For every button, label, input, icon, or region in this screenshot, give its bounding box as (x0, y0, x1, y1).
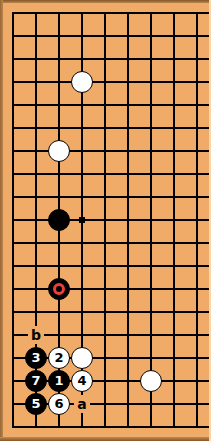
stone-black (48, 209, 70, 231)
grid-line-horizontal (12, 242, 211, 244)
stone-white-move-6: 6 (48, 393, 70, 415)
grid-line-vertical (150, 12, 152, 428)
grid-line-vertical (12, 12, 14, 428)
circle-marker-icon (53, 283, 65, 295)
grid-line-horizontal (12, 219, 211, 221)
stone-white (71, 347, 93, 369)
grid-line-horizontal (12, 127, 211, 129)
grid-line-horizontal (12, 58, 211, 60)
grid-line-horizontal (12, 173, 211, 175)
stone-white-move-2: 2 (48, 347, 70, 369)
board-frame-bottom (0, 437, 211, 441)
stone-black-circled (48, 278, 70, 300)
grid-line-vertical (104, 12, 106, 428)
stone-black-move-7: 7 (25, 370, 47, 392)
grid-line-horizontal (12, 311, 211, 313)
stone-black-move-3: 3 (25, 347, 47, 369)
stone-white (71, 71, 93, 93)
board-frame-right (209, 0, 211, 441)
stone-white (48, 140, 70, 162)
grid-line-horizontal (12, 35, 211, 37)
board-frame-left (0, 0, 3, 441)
grid-line-horizontal (12, 150, 211, 152)
grid-line-horizontal (12, 426, 211, 428)
stone-black-move-5: 5 (25, 393, 47, 415)
go-board-diagram: ba3271456 (0, 0, 211, 441)
grid-line-vertical (173, 12, 175, 428)
grid-line-vertical (196, 12, 198, 428)
grid-line-horizontal (12, 196, 211, 198)
board-frame-top (0, 0, 211, 3)
grid-line-horizontal (12, 288, 211, 290)
grid-line-horizontal (12, 104, 211, 106)
stone-white (140, 370, 162, 392)
grid-line-horizontal (12, 265, 211, 267)
stone-white-move-4: 4 (71, 370, 93, 392)
grid-line-horizontal (12, 12, 211, 14)
point-label-a: a (74, 395, 90, 413)
grid-line-vertical (127, 12, 129, 428)
stone-black-move-1: 1 (48, 370, 70, 392)
point-label-b: b (28, 326, 44, 344)
grid-line-horizontal (12, 81, 211, 83)
star-point (79, 217, 85, 223)
